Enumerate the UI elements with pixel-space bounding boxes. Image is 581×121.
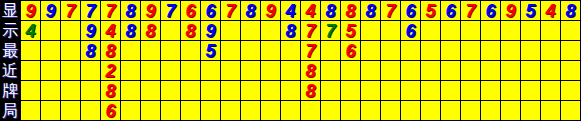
board-cell-r5-c17 xyxy=(341,81,361,101)
board-cell-r4-c26 xyxy=(521,61,541,81)
board-cell-r4-c18 xyxy=(361,61,381,81)
results-grid: 9977789766789448887656769548494888987756… xyxy=(20,1,581,121)
board-cell-r1-c23: 7 xyxy=(461,1,481,21)
board-cell-r4-c27 xyxy=(541,61,561,81)
board-cell-r4-c15: 8 xyxy=(301,61,321,81)
board-cell-r4-c4 xyxy=(81,61,101,81)
board-cell-r6-c1 xyxy=(21,101,41,121)
board-cell-r3-c3 xyxy=(61,41,81,61)
board-cell-r5-c18 xyxy=(361,81,381,101)
board-cell-r3-c11 xyxy=(221,41,241,61)
board-cell-r4-c5: 2 xyxy=(101,61,121,81)
board-cell-r3-c25 xyxy=(501,41,521,61)
board-cell-r1-c10: 6 xyxy=(201,1,221,21)
board-cell-r3-c28 xyxy=(561,41,581,61)
board-cell-r4-c7 xyxy=(141,61,161,81)
board-cell-r2-c4: 9 xyxy=(81,21,101,41)
board-cell-r6-c5: 6 xyxy=(101,101,121,121)
board-cell-r5-c19 xyxy=(381,81,401,101)
board-cell-r4-c12 xyxy=(241,61,261,81)
board-cell-r5-c25 xyxy=(501,81,521,101)
board-cell-r3-c1 xyxy=(21,41,41,61)
board-cell-r1-c16: 8 xyxy=(321,1,341,21)
board-cell-r1-c21: 5 xyxy=(421,1,441,21)
board-cell-r4-c28 xyxy=(561,61,581,81)
board-cell-r3-c6 xyxy=(121,41,141,61)
board-cell-r5-c9 xyxy=(181,81,201,101)
board-cell-r2-c14: 8 xyxy=(281,21,301,41)
board-cell-r5-c24 xyxy=(481,81,501,101)
board-cell-r2-c16: 7 xyxy=(321,21,341,41)
board-cell-r5-c12 xyxy=(241,81,261,101)
board-cell-r6-c8 xyxy=(161,101,181,121)
board-cell-r1-c26: 5 xyxy=(521,1,541,21)
board-cell-r6-c6 xyxy=(121,101,141,121)
board-cell-r2-c15: 7 xyxy=(301,21,321,41)
board-cell-r1-c2: 9 xyxy=(41,1,61,21)
board-cell-r1-c11: 7 xyxy=(221,1,241,21)
board-cell-r6-c18 xyxy=(361,101,381,121)
board-cell-r2-c23 xyxy=(461,21,481,41)
board-cell-r3-c8 xyxy=(161,41,181,61)
board-cell-r3-c19 xyxy=(381,41,401,61)
board-cell-r5-c2 xyxy=(41,81,61,101)
board-cell-r6-c25 xyxy=(501,101,521,121)
board-cell-r5-c23 xyxy=(461,81,481,101)
board-cell-r2-c6: 8 xyxy=(121,21,141,41)
board-cell-r6-c11 xyxy=(221,101,241,121)
board-cell-r4-c1 xyxy=(21,61,41,81)
board-cell-r4-c6 xyxy=(121,61,141,81)
board-cell-r2-c2 xyxy=(41,21,61,41)
board-cell-r5-c10 xyxy=(201,81,221,101)
board-cell-r2-c10: 9 xyxy=(201,21,221,41)
board-cell-r4-c19 xyxy=(381,61,401,81)
board-cell-r5-c5: 8 xyxy=(101,81,121,101)
board-cell-r1-c19: 7 xyxy=(381,1,401,21)
board-cell-r4-c17 xyxy=(341,61,361,81)
board-cell-r5-c4 xyxy=(81,81,101,101)
board-cell-r3-c18 xyxy=(361,41,381,61)
board-cell-r5-c27 xyxy=(541,81,561,101)
label-char: 示 xyxy=(0,21,20,41)
board-cell-r2-c25 xyxy=(501,21,521,41)
label-char: 牌 xyxy=(0,81,20,101)
label-char: 最 xyxy=(0,41,20,61)
board-cell-r1-c5: 7 xyxy=(101,1,121,21)
board-cell-r3-c24 xyxy=(481,41,501,61)
board-cell-r6-c23 xyxy=(461,101,481,121)
board-cell-r1-c3: 7 xyxy=(61,1,81,21)
board-cell-r6-c9 xyxy=(181,101,201,121)
board-cell-r6-c19 xyxy=(381,101,401,121)
board-cell-r1-c20: 6 xyxy=(401,1,421,21)
board-cell-r6-c3 xyxy=(61,101,81,121)
board-cell-r2-c1: 4 xyxy=(21,21,41,41)
board-cell-r1-c14: 4 xyxy=(281,1,301,21)
board-cell-r3-c12 xyxy=(241,41,261,61)
board-cell-r5-c13 xyxy=(261,81,281,101)
board-cell-r3-c16 xyxy=(321,41,341,61)
board-cell-r6-c4 xyxy=(81,101,101,121)
board-cell-r6-c14 xyxy=(281,101,301,121)
board-cell-r1-c8: 7 xyxy=(161,1,181,21)
board-cell-r3-c20 xyxy=(401,41,421,61)
board-cell-r4-c25 xyxy=(501,61,521,81)
board-cell-r2-c8 xyxy=(161,21,181,41)
label-column: 显 示 最 近 牌 局 xyxy=(0,1,20,121)
label-char: 局 xyxy=(0,101,20,121)
board-cell-r6-c24 xyxy=(481,101,501,121)
board-cell-r4-c13 xyxy=(261,61,281,81)
board-cell-r2-c11 xyxy=(221,21,241,41)
board-cell-r4-c10 xyxy=(201,61,221,81)
board-cell-r6-c28 xyxy=(561,101,581,121)
board-cell-r2-c21 xyxy=(421,21,441,41)
board-cell-r5-c6 xyxy=(121,81,141,101)
board-cell-r5-c20 xyxy=(401,81,421,101)
board-cell-r4-c20 xyxy=(401,61,421,81)
board-cell-r1-c7: 9 xyxy=(141,1,161,21)
board-cell-r2-c5: 4 xyxy=(101,21,121,41)
board-cell-r3-c27 xyxy=(541,41,561,61)
board-cell-r2-c24 xyxy=(481,21,501,41)
board-cell-r5-c28 xyxy=(561,81,581,101)
board-cell-r2-c17: 5 xyxy=(341,21,361,41)
board-cell-r4-c16 xyxy=(321,61,341,81)
board-cell-r6-c7 xyxy=(141,101,161,121)
board-cell-r1-c4: 7 xyxy=(81,1,101,21)
board-cell-r3-c4: 8 xyxy=(81,41,101,61)
board-cell-r2-c19 xyxy=(381,21,401,41)
board-cell-r6-c15 xyxy=(301,101,321,121)
board-cell-r4-c11 xyxy=(221,61,241,81)
board-cell-r5-c8 xyxy=(161,81,181,101)
board-cell-r3-c17: 6 xyxy=(341,41,361,61)
board-cell-r6-c16 xyxy=(321,101,341,121)
board-cell-r2-c3 xyxy=(61,21,81,41)
board-cell-r3-c13 xyxy=(261,41,281,61)
board-cell-r6-c21 xyxy=(421,101,441,121)
board-cell-r4-c23 xyxy=(461,61,481,81)
board-cell-r2-c13 xyxy=(261,21,281,41)
board-cell-r3-c23 xyxy=(461,41,481,61)
board-cell-r5-c11 xyxy=(221,81,241,101)
board-cell-r3-c26 xyxy=(521,41,541,61)
board-cell-r2-c18 xyxy=(361,21,381,41)
board-cell-r1-c24: 6 xyxy=(481,1,501,21)
board-cell-r6-c13 xyxy=(261,101,281,121)
board-cell-r3-c10: 5 xyxy=(201,41,221,61)
board-cell-r1-c28: 8 xyxy=(561,1,581,21)
board-cell-r6-c27 xyxy=(541,101,561,121)
board-cell-r3-c7 xyxy=(141,41,161,61)
board-cell-r4-c24 xyxy=(481,61,501,81)
board-cell-r6-c17 xyxy=(341,101,361,121)
board-cell-r4-c14 xyxy=(281,61,301,81)
board-cell-r2-c7: 8 xyxy=(141,21,161,41)
board-cell-r1-c22: 6 xyxy=(441,1,461,21)
board-cell-r3-c21 xyxy=(421,41,441,61)
board-cell-r4-c9 xyxy=(181,61,201,81)
board-cell-r1-c18: 8 xyxy=(361,1,381,21)
board-cell-r4-c3 xyxy=(61,61,81,81)
board-cell-r6-c10 xyxy=(201,101,221,121)
board-cell-r4-c21 xyxy=(421,61,441,81)
label-char: 显 xyxy=(0,1,20,21)
board-cell-r3-c14 xyxy=(281,41,301,61)
board-cell-r1-c25: 9 xyxy=(501,1,521,21)
board-cell-r1-c6: 8 xyxy=(121,1,141,21)
label-char: 近 xyxy=(0,61,20,81)
board-cell-r5-c14 xyxy=(281,81,301,101)
board-cell-r6-c22 xyxy=(441,101,461,121)
board-cell-r1-c27: 4 xyxy=(541,1,561,21)
board-cell-r2-c27 xyxy=(541,21,561,41)
board-cell-r3-c9 xyxy=(181,41,201,61)
recent-games-scoreboard: 显 示 最 近 牌 局 9977789766789448887656769548… xyxy=(0,0,581,121)
board-cell-r6-c12 xyxy=(241,101,261,121)
board-cell-r5-c3 xyxy=(61,81,81,101)
board-cell-r1-c15: 4 xyxy=(301,1,321,21)
board-cell-r3-c15: 7 xyxy=(301,41,321,61)
board-cell-r2-c9: 8 xyxy=(181,21,201,41)
board-cell-r3-c22 xyxy=(441,41,461,61)
board-cell-r4-c8 xyxy=(161,61,181,81)
board-cell-r1-c9: 6 xyxy=(181,1,201,21)
board-cell-r1-c17: 8 xyxy=(341,1,361,21)
board-cell-r2-c26 xyxy=(521,21,541,41)
board-cell-r4-c22 xyxy=(441,61,461,81)
board-cell-r1-c1: 9 xyxy=(21,1,41,21)
board-cell-r6-c26 xyxy=(521,101,541,121)
board-cell-r1-c13: 9 xyxy=(261,1,281,21)
board-cell-r6-c2 xyxy=(41,101,61,121)
board-cell-r5-c7 xyxy=(141,81,161,101)
board-cell-r5-c22 xyxy=(441,81,461,101)
board-cell-r5-c26 xyxy=(521,81,541,101)
board-cell-r4-c2 xyxy=(41,61,61,81)
board-cell-r5-c1 xyxy=(21,81,41,101)
board-cell-r2-c22 xyxy=(441,21,461,41)
board-cell-r3-c5: 8 xyxy=(101,41,121,61)
board-cell-r5-c21 xyxy=(421,81,441,101)
board-cell-r5-c16 xyxy=(321,81,341,101)
board-cell-r2-c28 xyxy=(561,21,581,41)
board-cell-r3-c2 xyxy=(41,41,61,61)
board-cell-r6-c20 xyxy=(401,101,421,121)
board-cell-r1-c12: 8 xyxy=(241,1,261,21)
board-cell-r2-c20: 6 xyxy=(401,21,421,41)
board-cell-r2-c12 xyxy=(241,21,261,41)
board-cell-r5-c15: 8 xyxy=(301,81,321,101)
